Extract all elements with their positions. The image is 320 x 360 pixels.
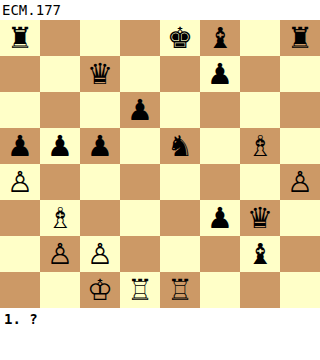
- square-d2[interactable]: [120, 236, 160, 272]
- square-e3[interactable]: [160, 200, 200, 236]
- piece-white-rook[interactable]: ♖: [167, 272, 193, 308]
- piece-white-pawn[interactable]: ♙: [87, 236, 113, 272]
- piece-black-pawn[interactable]: ♟: [47, 128, 73, 164]
- piece-black-queen[interactable]: ♛: [247, 200, 273, 236]
- square-a7[interactable]: [0, 56, 40, 92]
- square-f6[interactable]: [200, 92, 240, 128]
- square-c8[interactable]: [80, 20, 120, 56]
- piece-white-rook[interactable]: ♖: [127, 272, 153, 308]
- square-g3[interactable]: ♛: [240, 200, 280, 236]
- square-e5[interactable]: ♞: [160, 128, 200, 164]
- square-h3[interactable]: [280, 200, 320, 236]
- piece-black-knight[interactable]: ♞: [167, 128, 193, 164]
- square-c5[interactable]: ♟: [80, 128, 120, 164]
- square-a1[interactable]: [0, 272, 40, 308]
- piece-white-pawn[interactable]: ♙: [7, 164, 33, 200]
- square-h6[interactable]: [280, 92, 320, 128]
- square-b1[interactable]: [40, 272, 80, 308]
- piece-black-pawn[interactable]: ♟: [7, 128, 33, 164]
- square-e1[interactable]: ♖: [160, 272, 200, 308]
- square-d4[interactable]: [120, 164, 160, 200]
- square-g5[interactable]: ♗: [240, 128, 280, 164]
- piece-black-pawn[interactable]: ♟: [87, 128, 113, 164]
- position-title: ECM.177: [2, 2, 61, 18]
- square-c3[interactable]: [80, 200, 120, 236]
- square-f3[interactable]: ♟: [200, 200, 240, 236]
- square-e7[interactable]: [160, 56, 200, 92]
- square-h2[interactable]: [280, 236, 320, 272]
- square-f5[interactable]: [200, 128, 240, 164]
- square-f2[interactable]: [200, 236, 240, 272]
- square-h4[interactable]: ♙: [280, 164, 320, 200]
- square-c6[interactable]: [80, 92, 120, 128]
- square-f4[interactable]: [200, 164, 240, 200]
- square-h8[interactable]: ♜: [280, 20, 320, 56]
- square-b3[interactable]: ♗: [40, 200, 80, 236]
- piece-white-bishop[interactable]: ♗: [47, 200, 73, 236]
- piece-black-pawn[interactable]: ♟: [127, 92, 153, 128]
- square-b6[interactable]: [40, 92, 80, 128]
- square-b4[interactable]: [40, 164, 80, 200]
- square-b8[interactable]: [40, 20, 80, 56]
- piece-black-rook[interactable]: ♜: [287, 20, 313, 56]
- square-f8[interactable]: ♝: [200, 20, 240, 56]
- square-d6[interactable]: ♟: [120, 92, 160, 128]
- square-h5[interactable]: [280, 128, 320, 164]
- square-h7[interactable]: [280, 56, 320, 92]
- square-e6[interactable]: [160, 92, 200, 128]
- square-g7[interactable]: [240, 56, 280, 92]
- square-c2[interactable]: ♙: [80, 236, 120, 272]
- square-a3[interactable]: [0, 200, 40, 236]
- piece-black-queen[interactable]: ♛: [87, 56, 113, 92]
- square-d7[interactable]: [120, 56, 160, 92]
- square-a2[interactable]: [0, 236, 40, 272]
- piece-white-king[interactable]: ♔: [87, 272, 113, 308]
- square-d1[interactable]: ♖: [120, 272, 160, 308]
- square-c4[interactable]: [80, 164, 120, 200]
- square-g2[interactable]: ♝: [240, 236, 280, 272]
- square-d3[interactable]: [120, 200, 160, 236]
- move-prompt: 1. ?: [4, 311, 38, 327]
- square-a8[interactable]: ♜: [0, 20, 40, 56]
- piece-black-bishop[interactable]: ♝: [207, 20, 233, 56]
- square-d8[interactable]: [120, 20, 160, 56]
- square-e4[interactable]: [160, 164, 200, 200]
- square-g4[interactable]: [240, 164, 280, 200]
- square-c1[interactable]: ♔: [80, 272, 120, 308]
- square-e8[interactable]: ♚: [160, 20, 200, 56]
- chess-app-window: ECM.177 ♜♚♝♜♛♟♟♟♟♟♞♗♙♙♗♟♛♙♙♝♔♖♖ 1. ?: [0, 0, 320, 360]
- square-f1[interactable]: [200, 272, 240, 308]
- chess-board: ♜♚♝♜♛♟♟♟♟♟♞♗♙♙♗♟♛♙♙♝♔♖♖: [0, 20, 320, 308]
- square-c7[interactable]: ♛: [80, 56, 120, 92]
- square-g6[interactable]: [240, 92, 280, 128]
- square-a5[interactable]: ♟: [0, 128, 40, 164]
- square-g8[interactable]: [240, 20, 280, 56]
- square-g1[interactable]: [240, 272, 280, 308]
- piece-black-pawn[interactable]: ♟: [207, 200, 233, 236]
- piece-black-king[interactable]: ♚: [167, 20, 193, 56]
- square-d5[interactable]: [120, 128, 160, 164]
- square-b7[interactable]: [40, 56, 80, 92]
- piece-black-bishop[interactable]: ♝: [247, 236, 273, 272]
- square-f7[interactable]: ♟: [200, 56, 240, 92]
- square-a6[interactable]: [0, 92, 40, 128]
- square-b5[interactable]: ♟: [40, 128, 80, 164]
- square-e2[interactable]: [160, 236, 200, 272]
- piece-white-pawn[interactable]: ♙: [287, 164, 313, 200]
- square-b2[interactable]: ♙: [40, 236, 80, 272]
- piece-black-pawn[interactable]: ♟: [207, 56, 233, 92]
- square-h1[interactable]: [280, 272, 320, 308]
- piece-black-rook[interactable]: ♜: [7, 20, 33, 56]
- square-a4[interactable]: ♙: [0, 164, 40, 200]
- piece-white-bishop[interactable]: ♗: [247, 128, 273, 164]
- piece-white-pawn[interactable]: ♙: [47, 236, 73, 272]
